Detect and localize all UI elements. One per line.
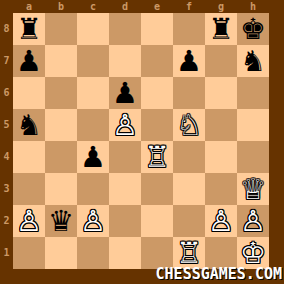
rank-labels: 87654321 [0,13,13,269]
square-c3[interactable] [77,173,109,205]
black-pawn-icon: ♟ [109,77,141,109]
square-e3[interactable] [141,173,173,205]
square-f7[interactable]: ♟ [173,45,205,77]
square-e5[interactable] [141,109,173,141]
square-f6[interactable] [173,77,205,109]
square-c7[interactable] [77,45,109,77]
rank-label-8: 8 [0,13,13,45]
rank-label-5: 5 [0,109,13,141]
square-c6[interactable] [77,77,109,109]
file-label-d: d [109,0,141,13]
square-a6[interactable] [13,77,45,109]
rank-label-4: 4 [0,141,13,173]
black-rook-icon: ♜ [13,13,45,45]
square-b6[interactable] [45,77,77,109]
file-label-e: e [141,0,173,13]
square-f8[interactable] [173,13,205,45]
square-a7[interactable]: ♟ [13,45,45,77]
white-pawn-icon: ♙ [205,205,237,237]
white-pawn-icon: ♙ [77,205,109,237]
square-a8[interactable]: ♜ [13,13,45,45]
square-g2[interactable]: ♙ [205,205,237,237]
square-e7[interactable] [141,45,173,77]
rank-label-7: 7 [0,45,13,77]
square-d3[interactable] [109,173,141,205]
square-b2[interactable]: ♛ [45,205,77,237]
square-c2[interactable]: ♙ [77,205,109,237]
square-h6[interactable] [237,77,269,109]
square-h7[interactable]: ♞ [237,45,269,77]
square-h3[interactable]: ♕ [237,173,269,205]
white-queen-icon: ♕ [237,173,269,205]
square-d7[interactable] [109,45,141,77]
square-c4[interactable]: ♟ [77,141,109,173]
black-pawn-icon: ♟ [77,141,109,173]
square-h4[interactable] [237,141,269,173]
black-queen-icon: ♛ [45,205,77,237]
square-h8[interactable]: ♚ [237,13,269,45]
square-e6[interactable] [141,77,173,109]
white-knight-icon: ♘ [173,109,205,141]
square-g8[interactable]: ♜ [205,13,237,45]
square-f4[interactable] [173,141,205,173]
square-h5[interactable] [237,109,269,141]
white-pawn-icon: ♙ [109,109,141,141]
square-a3[interactable] [13,173,45,205]
square-g4[interactable] [205,141,237,173]
square-f2[interactable] [173,205,205,237]
square-b5[interactable] [45,109,77,141]
watermark: CHESSGAMES.COM [156,265,282,283]
black-king-icon: ♚ [237,13,269,45]
white-pawn-icon: ♙ [237,205,269,237]
rank-label-6: 6 [0,77,13,109]
square-c1[interactable] [77,237,109,269]
square-b4[interactable] [45,141,77,173]
square-c5[interactable] [77,109,109,141]
square-a4[interactable] [13,141,45,173]
white-pawn-icon: ♙ [13,205,45,237]
square-b1[interactable] [45,237,77,269]
square-h2[interactable]: ♙ [237,205,269,237]
black-pawn-icon: ♟ [13,45,45,77]
chess-diagram: abcdefgh 87654321 ♜♜♚♟♟♞♟♞♙♘♟♖♕♙♛♙♙♙♖♔ C… [0,0,284,284]
square-a5[interactable]: ♞ [13,109,45,141]
file-label-b: b [45,0,77,13]
square-e2[interactable] [141,205,173,237]
square-a1[interactable] [13,237,45,269]
black-knight-icon: ♞ [13,109,45,141]
square-g5[interactable] [205,109,237,141]
square-b3[interactable] [45,173,77,205]
square-b8[interactable] [45,13,77,45]
square-d6[interactable]: ♟ [109,77,141,109]
square-e8[interactable] [141,13,173,45]
black-pawn-icon: ♟ [173,45,205,77]
square-d4[interactable] [109,141,141,173]
square-d2[interactable] [109,205,141,237]
square-g3[interactable] [205,173,237,205]
rank-label-2: 2 [0,205,13,237]
square-f5[interactable]: ♘ [173,109,205,141]
rank-label-3: 3 [0,173,13,205]
white-rook-icon: ♖ [141,141,173,173]
square-b7[interactable] [45,45,77,77]
square-c8[interactable] [77,13,109,45]
rank-label-1: 1 [0,237,13,269]
square-d5[interactable]: ♙ [109,109,141,141]
black-knight-icon: ♞ [237,45,269,77]
chess-board: ♜♜♚♟♟♞♟♞♙♘♟♖♕♙♛♙♙♙♖♔ [13,13,269,269]
square-d1[interactable] [109,237,141,269]
black-rook-icon: ♜ [205,13,237,45]
square-d8[interactable] [109,13,141,45]
file-label-f: f [173,0,205,13]
square-a2[interactable]: ♙ [13,205,45,237]
square-e4[interactable]: ♖ [141,141,173,173]
file-label-c: c [77,0,109,13]
square-g7[interactable] [205,45,237,77]
square-g6[interactable] [205,77,237,109]
square-f3[interactable] [173,173,205,205]
